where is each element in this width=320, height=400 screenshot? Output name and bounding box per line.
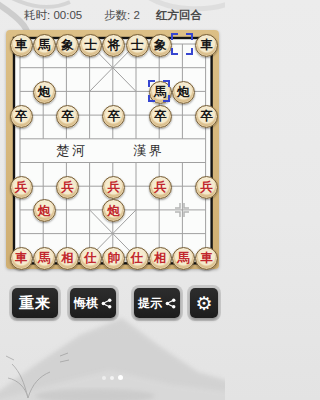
piece-black[interactable]: 卒 bbox=[10, 105, 33, 128]
piece-black[interactable]: 車 bbox=[195, 34, 218, 57]
page-dot bbox=[118, 375, 123, 380]
elapsed-time-label: 耗时: bbox=[24, 9, 50, 21]
piece-red[interactable]: 仕 bbox=[79, 247, 102, 270]
piece-red[interactable]: 相 bbox=[149, 247, 172, 270]
piece-red[interactable]: 炮 bbox=[33, 199, 56, 222]
piece-red[interactable]: 兵 bbox=[10, 176, 33, 199]
piece-black[interactable]: 将 bbox=[102, 34, 125, 57]
app-screen: 耗时: 00:05 步数: 2 红方回合 bbox=[0, 0, 225, 400]
piece-black[interactable]: 卒 bbox=[56, 105, 79, 128]
page-dot bbox=[102, 376, 106, 380]
page-indicator-dots bbox=[0, 375, 225, 380]
piece-red[interactable]: 兵 bbox=[56, 176, 79, 199]
piece-black[interactable]: 炮 bbox=[172, 81, 195, 104]
piece-red[interactable]: 馬 bbox=[172, 247, 195, 270]
board-grid bbox=[6, 30, 219, 269]
piece-black[interactable]: 象 bbox=[56, 34, 79, 57]
piece-black[interactable]: 士 bbox=[126, 34, 149, 57]
piece-black[interactable]: 象 bbox=[149, 34, 172, 57]
piece-black[interactable]: 卒 bbox=[195, 105, 218, 128]
piece-red[interactable]: 兵 bbox=[102, 176, 125, 199]
piece-black[interactable]: 馬 bbox=[149, 81, 172, 104]
piece-black[interactable]: 炮 bbox=[33, 81, 56, 104]
move-counter-value: 2 bbox=[133, 9, 139, 21]
ink-wash-mountain-decoration bbox=[0, 310, 225, 400]
piece-red[interactable]: 車 bbox=[10, 247, 33, 270]
xiangqi-board[interactable]: 楚河 漢界 車馬象士将士象車炮馬炮卒卒卒卒卒兵兵兵兵兵炮炮車馬相仕帥仕相馬車 bbox=[6, 30, 219, 269]
restart-button[interactable]: 重来 bbox=[12, 288, 58, 318]
piece-red[interactable]: 兵 bbox=[195, 176, 218, 199]
piece-red[interactable]: 車 bbox=[195, 247, 218, 270]
piece-black[interactable]: 卒 bbox=[102, 105, 125, 128]
elapsed-time-value: 00:05 bbox=[53, 9, 82, 21]
page-dot bbox=[110, 376, 114, 380]
piece-black[interactable]: 車 bbox=[10, 34, 33, 57]
piece-red[interactable]: 相 bbox=[56, 247, 79, 270]
elapsed-time: 耗时: 00:05 bbox=[24, 8, 82, 23]
status-bar: 耗时: 00:05 步数: 2 红方回合 bbox=[0, 0, 225, 29]
share-icon bbox=[101, 298, 112, 309]
undo-button[interactable]: 悔棋 bbox=[70, 288, 116, 318]
piece-black[interactable]: 卒 bbox=[149, 105, 172, 128]
share-icon bbox=[165, 298, 176, 309]
piece-red[interactable]: 兵 bbox=[149, 176, 172, 199]
settings-button[interactable]: ⚙ bbox=[190, 288, 218, 318]
undo-label: 悔棋 bbox=[74, 295, 98, 312]
move-counter: 步数: 2 bbox=[104, 8, 140, 23]
move-counter-label: 步数: bbox=[104, 9, 130, 21]
piece-red[interactable]: 仕 bbox=[126, 247, 149, 270]
piece-red[interactable]: 帥 bbox=[102, 247, 125, 270]
river-label-chu: 楚河 bbox=[42, 142, 102, 158]
hint-button[interactable]: 提示 bbox=[134, 288, 180, 318]
piece-black[interactable]: 馬 bbox=[33, 34, 56, 57]
hint-label: 提示 bbox=[138, 295, 162, 312]
turn-indicator: 红方回合 bbox=[156, 8, 202, 23]
piece-red[interactable]: 馬 bbox=[33, 247, 56, 270]
restart-label: 重来 bbox=[19, 294, 51, 313]
gear-icon: ⚙ bbox=[195, 294, 212, 313]
piece-black[interactable]: 士 bbox=[79, 34, 102, 57]
river-label-han: 漢界 bbox=[119, 142, 179, 158]
